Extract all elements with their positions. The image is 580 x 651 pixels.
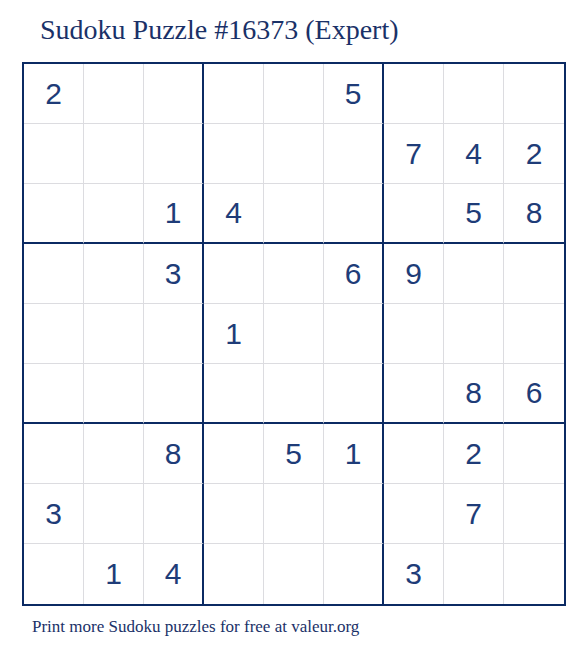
given-digit: 2 — [45, 77, 62, 111]
cell-r3c7[interactable] — [384, 184, 444, 244]
cell-r1c5[interactable] — [264, 64, 324, 124]
cell-r5c4: 1 — [204, 304, 264, 364]
cell-r8c8: 7 — [444, 484, 504, 544]
cell-r3c1[interactable] — [24, 184, 84, 244]
cell-r8c1: 3 — [24, 484, 84, 544]
cell-r4c9[interactable] — [504, 244, 564, 304]
given-digit: 8 — [465, 376, 482, 410]
cell-r3c3: 1 — [144, 184, 204, 244]
sudoku-grid: 257421458369186851237143 — [22, 62, 566, 606]
cell-r3c2[interactable] — [84, 184, 144, 244]
cell-r7c4[interactable] — [204, 424, 264, 484]
cell-r9c1[interactable] — [24, 544, 84, 604]
cell-r9c8[interactable] — [444, 544, 504, 604]
cell-r4c1[interactable] — [24, 244, 84, 304]
cell-r9c4[interactable] — [204, 544, 264, 604]
given-digit: 4 — [225, 196, 242, 230]
cell-r7c2[interactable] — [84, 424, 144, 484]
given-digit: 2 — [526, 137, 543, 171]
cell-r8c6[interactable] — [324, 484, 384, 544]
cell-r4c6: 6 — [324, 244, 384, 304]
cell-r6c4[interactable] — [204, 364, 264, 424]
cell-r8c9[interactable] — [504, 484, 564, 544]
given-digit: 5 — [285, 437, 302, 471]
given-digit: 1 — [165, 196, 182, 230]
cell-r9c7: 3 — [384, 544, 444, 604]
cell-r1c8[interactable] — [444, 64, 504, 124]
given-digit: 1 — [345, 437, 362, 471]
given-digit: 2 — [465, 437, 482, 471]
given-digit: 4 — [465, 137, 482, 171]
cell-r7c8: 2 — [444, 424, 504, 484]
cell-r1c3[interactable] — [144, 64, 204, 124]
cell-r7c7[interactable] — [384, 424, 444, 484]
cell-r9c9[interactable] — [504, 544, 564, 604]
page-title: Sudoku Puzzle #16373 (Expert) — [40, 14, 399, 46]
given-digit: 4 — [165, 557, 182, 591]
cell-r6c8: 8 — [444, 364, 504, 424]
cell-r1c4[interactable] — [204, 64, 264, 124]
cell-r2c1[interactable] — [24, 124, 84, 184]
cell-r3c5[interactable] — [264, 184, 324, 244]
given-digit: 1 — [105, 557, 122, 591]
given-digit: 6 — [345, 257, 362, 291]
cell-r7c1[interactable] — [24, 424, 84, 484]
cell-r9c3: 4 — [144, 544, 204, 604]
cell-r3c9: 8 — [504, 184, 564, 244]
cell-r5c9[interactable] — [504, 304, 564, 364]
cell-r6c1[interactable] — [24, 364, 84, 424]
cell-r5c2[interactable] — [84, 304, 144, 364]
given-digit: 8 — [526, 196, 543, 230]
cell-r5c1[interactable] — [24, 304, 84, 364]
cell-r5c8[interactable] — [444, 304, 504, 364]
cell-r8c4[interactable] — [204, 484, 264, 544]
cell-r4c2[interactable] — [84, 244, 144, 304]
cell-r6c3[interactable] — [144, 364, 204, 424]
cell-r2c8: 4 — [444, 124, 504, 184]
cell-r5c5[interactable] — [264, 304, 324, 364]
cell-r6c5[interactable] — [264, 364, 324, 424]
cell-r7c6: 1 — [324, 424, 384, 484]
cell-r2c5[interactable] — [264, 124, 324, 184]
cell-r1c9[interactable] — [504, 64, 564, 124]
cell-r2c3[interactable] — [144, 124, 204, 184]
given-digit: 3 — [165, 257, 182, 291]
cell-r1c2[interactable] — [84, 64, 144, 124]
cell-r4c3: 3 — [144, 244, 204, 304]
cell-r7c9[interactable] — [504, 424, 564, 484]
given-digit: 7 — [405, 137, 422, 171]
cell-r3c4: 4 — [204, 184, 264, 244]
footer-text: Print more Sudoku puzzles for free at va… — [32, 617, 359, 637]
given-digit: 3 — [405, 557, 422, 591]
cell-r6c6[interactable] — [324, 364, 384, 424]
cell-r7c5: 5 — [264, 424, 324, 484]
cell-r5c7[interactable] — [384, 304, 444, 364]
cell-r8c7[interactable] — [384, 484, 444, 544]
cell-r4c5[interactable] — [264, 244, 324, 304]
cell-r6c9: 6 — [504, 364, 564, 424]
cell-r3c6[interactable] — [324, 184, 384, 244]
given-digit: 5 — [465, 196, 482, 230]
given-digit: 3 — [45, 497, 62, 531]
given-digit: 6 — [526, 376, 543, 410]
given-digit: 5 — [345, 77, 362, 111]
given-digit: 1 — [225, 317, 242, 351]
cell-r2c4[interactable] — [204, 124, 264, 184]
given-digit: 8 — [165, 437, 182, 471]
cell-r6c7[interactable] — [384, 364, 444, 424]
cell-r4c8[interactable] — [444, 244, 504, 304]
cell-r9c6[interactable] — [324, 544, 384, 604]
cell-r2c2[interactable] — [84, 124, 144, 184]
cell-r5c3[interactable] — [144, 304, 204, 364]
cell-r2c6[interactable] — [324, 124, 384, 184]
cell-r7c3: 8 — [144, 424, 204, 484]
cell-r8c2[interactable] — [84, 484, 144, 544]
cell-r2c7: 7 — [384, 124, 444, 184]
cell-r1c1: 2 — [24, 64, 84, 124]
given-digit: 7 — [465, 497, 482, 531]
cell-r9c5[interactable] — [264, 544, 324, 604]
cell-r3c8: 5 — [444, 184, 504, 244]
cell-r8c5[interactable] — [264, 484, 324, 544]
cell-r9c2: 1 — [84, 544, 144, 604]
cell-r1c6: 5 — [324, 64, 384, 124]
cell-r5c6[interactable] — [324, 304, 384, 364]
cell-r2c9: 2 — [504, 124, 564, 184]
cell-r1c7[interactable] — [384, 64, 444, 124]
cell-r4c4[interactable] — [204, 244, 264, 304]
given-digit: 9 — [405, 257, 422, 291]
cell-r8c3[interactable] — [144, 484, 204, 544]
cell-r4c7: 9 — [384, 244, 444, 304]
cell-r6c2[interactable] — [84, 364, 144, 424]
page: Sudoku Puzzle #16373 (Expert) 2574214583… — [0, 0, 580, 651]
